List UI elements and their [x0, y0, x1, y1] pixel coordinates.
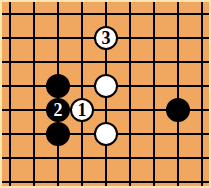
black-stone	[46, 74, 70, 98]
stones-layer: 321	[2, 2, 209, 186]
black-stone-move-2: 2	[46, 98, 70, 122]
black-stone	[166, 98, 190, 122]
board-intersection	[94, 122, 118, 146]
board-intersection	[46, 74, 70, 98]
white-stone	[94, 122, 118, 146]
move-number-label: 1	[78, 101, 87, 119]
white-stone-move-3: 3	[94, 26, 118, 50]
white-stone-move-1: 1	[70, 98, 94, 122]
board-intersection	[46, 122, 70, 146]
move-number-label: 3	[102, 29, 111, 47]
board-intersection	[166, 98, 190, 122]
board-intersection: 1	[70, 98, 94, 122]
go-diagram: 321	[0, 0, 211, 188]
board-intersection	[94, 74, 118, 98]
move-number-label: 2	[54, 101, 63, 119]
black-stone	[46, 122, 70, 146]
board-intersection: 2	[46, 98, 70, 122]
board-intersection: 3	[94, 26, 118, 50]
go-board: 321	[2, 2, 209, 186]
white-stone	[94, 74, 118, 98]
